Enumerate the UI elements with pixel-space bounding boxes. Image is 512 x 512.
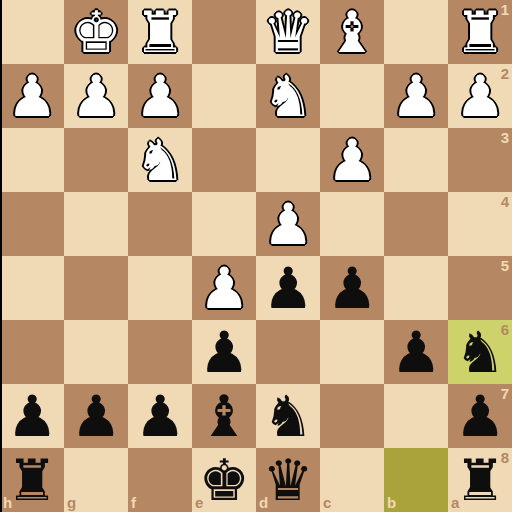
- square-d6[interactable]: [256, 320, 320, 384]
- square-g5[interactable]: [64, 256, 128, 320]
- white-king-g1[interactable]: ♚: [70, 0, 121, 64]
- square-e8[interactable]: ♚e: [192, 448, 256, 512]
- square-d1[interactable]: ♛: [256, 0, 320, 64]
- black-pawn-a7[interactable]: ♟: [454, 384, 505, 448]
- square-b4[interactable]: [384, 192, 448, 256]
- square-c1[interactable]: ♝: [320, 0, 384, 64]
- square-d4[interactable]: ♟: [256, 192, 320, 256]
- square-e6[interactable]: ♟: [192, 320, 256, 384]
- black-pawn-c5[interactable]: ♟: [326, 256, 377, 320]
- square-c8[interactable]: c: [320, 448, 384, 512]
- square-d8[interactable]: ♛d: [256, 448, 320, 512]
- square-e2[interactable]: [192, 64, 256, 128]
- black-pawn-f7[interactable]: ♟: [134, 384, 185, 448]
- square-h5[interactable]: [0, 256, 64, 320]
- black-king-e8[interactable]: ♚: [198, 448, 249, 512]
- white-pawn-h2[interactable]: ♟: [6, 64, 57, 128]
- square-c6[interactable]: [320, 320, 384, 384]
- square-f7[interactable]: ♟: [128, 384, 192, 448]
- square-g6[interactable]: [64, 320, 128, 384]
- white-pawn-g2[interactable]: ♟: [70, 64, 121, 128]
- coord-rank-3: 3: [501, 130, 509, 145]
- square-a5[interactable]: 5: [448, 256, 512, 320]
- black-rook-a8[interactable]: ♜: [454, 448, 505, 512]
- square-d5[interactable]: ♟: [256, 256, 320, 320]
- square-e1[interactable]: [192, 0, 256, 64]
- square-e3[interactable]: [192, 128, 256, 192]
- square-b1[interactable]: [384, 0, 448, 64]
- square-d3[interactable]: [256, 128, 320, 192]
- square-d2[interactable]: ♞: [256, 64, 320, 128]
- white-knight-d2[interactable]: ♞: [262, 64, 313, 128]
- black-pawn-h7[interactable]: ♟: [6, 384, 57, 448]
- square-e5[interactable]: ♟: [192, 256, 256, 320]
- white-pawn-b2[interactable]: ♟: [390, 64, 441, 128]
- square-f4[interactable]: [128, 192, 192, 256]
- white-rook-a1[interactable]: ♜: [454, 0, 505, 64]
- square-f3[interactable]: ♞: [128, 128, 192, 192]
- black-pawn-b6[interactable]: ♟: [390, 320, 441, 384]
- square-a7[interactable]: ♟7: [448, 384, 512, 448]
- white-rook-f1[interactable]: ♜: [134, 0, 185, 64]
- square-f2[interactable]: ♟: [128, 64, 192, 128]
- square-g8[interactable]: g: [64, 448, 128, 512]
- square-c4[interactable]: [320, 192, 384, 256]
- black-rook-h8[interactable]: ♜: [6, 448, 57, 512]
- black-knight-d7[interactable]: ♞: [262, 384, 313, 448]
- square-b3[interactable]: [384, 128, 448, 192]
- square-c5[interactable]: ♟: [320, 256, 384, 320]
- white-pawn-c3[interactable]: ♟: [326, 128, 377, 192]
- square-f8[interactable]: f: [128, 448, 192, 512]
- square-b8[interactable]: b: [384, 448, 448, 512]
- square-c7[interactable]: [320, 384, 384, 448]
- screen-left-edge: [0, 0, 2, 512]
- square-a4[interactable]: 4: [448, 192, 512, 256]
- white-bishop-c1[interactable]: ♝: [326, 0, 377, 64]
- square-h1[interactable]: [0, 0, 64, 64]
- chess-board[interactable]: ♚♜♛♝♜1♟♟♟♞♟♟2♞♟3♟4♟♟♟5♟♟♞6♟♟♟♝♞♟7♜hgf♚e♛…: [0, 0, 512, 512]
- coord-file-c: c: [323, 495, 331, 510]
- square-h2[interactable]: ♟: [0, 64, 64, 128]
- square-b7[interactable]: [384, 384, 448, 448]
- coord-file-b: b: [387, 495, 396, 510]
- black-knight-a6[interactable]: ♞: [454, 320, 505, 384]
- white-pawn-e5[interactable]: ♟: [198, 256, 249, 320]
- coord-file-f: f: [131, 495, 136, 510]
- white-pawn-f2[interactable]: ♟: [134, 64, 185, 128]
- square-g7[interactable]: ♟: [64, 384, 128, 448]
- square-b2[interactable]: ♟: [384, 64, 448, 128]
- square-h6[interactable]: [0, 320, 64, 384]
- square-a8[interactable]: ♜a8: [448, 448, 512, 512]
- square-h4[interactable]: [0, 192, 64, 256]
- square-e7[interactable]: ♝: [192, 384, 256, 448]
- white-pawn-a2[interactable]: ♟: [454, 64, 505, 128]
- square-a2[interactable]: ♟2: [448, 64, 512, 128]
- square-a1[interactable]: ♜1: [448, 0, 512, 64]
- square-f5[interactable]: [128, 256, 192, 320]
- coord-file-g: g: [67, 495, 76, 510]
- chess-board-area: ♚♜♛♝♜1♟♟♟♞♟♟2♞♟3♟4♟♟♟5♟♟♞6♟♟♟♝♞♟7♜hgf♚e♛…: [0, 0, 512, 512]
- coord-rank-5: 5: [501, 258, 509, 273]
- square-e4[interactable]: [192, 192, 256, 256]
- square-f6[interactable]: [128, 320, 192, 384]
- black-pawn-e6[interactable]: ♟: [198, 320, 249, 384]
- white-queen-d1[interactable]: ♛: [262, 0, 313, 64]
- square-b5[interactable]: [384, 256, 448, 320]
- coord-rank-4: 4: [501, 194, 509, 209]
- white-pawn-d4[interactable]: ♟: [262, 192, 313, 256]
- square-g4[interactable]: [64, 192, 128, 256]
- square-g3[interactable]: [64, 128, 128, 192]
- black-bishop-e7[interactable]: ♝: [198, 384, 249, 448]
- square-a3[interactable]: 3: [448, 128, 512, 192]
- black-pawn-d5[interactable]: ♟: [262, 256, 313, 320]
- white-knight-f3[interactable]: ♞: [134, 128, 185, 192]
- square-a6[interactable]: ♞6: [448, 320, 512, 384]
- square-f1[interactable]: ♜: [128, 0, 192, 64]
- black-pawn-g7[interactable]: ♟: [70, 384, 121, 448]
- square-d7[interactable]: ♞: [256, 384, 320, 448]
- black-queen-d8[interactable]: ♛: [262, 448, 313, 512]
- square-c3[interactable]: ♟: [320, 128, 384, 192]
- square-c2[interactable]: [320, 64, 384, 128]
- square-h7[interactable]: ♟: [0, 384, 64, 448]
- square-h8[interactable]: ♜h: [0, 448, 64, 512]
- square-g1[interactable]: ♚: [64, 0, 128, 64]
- square-h3[interactable]: [0, 128, 64, 192]
- square-g2[interactable]: ♟: [64, 64, 128, 128]
- square-b6[interactable]: ♟: [384, 320, 448, 384]
